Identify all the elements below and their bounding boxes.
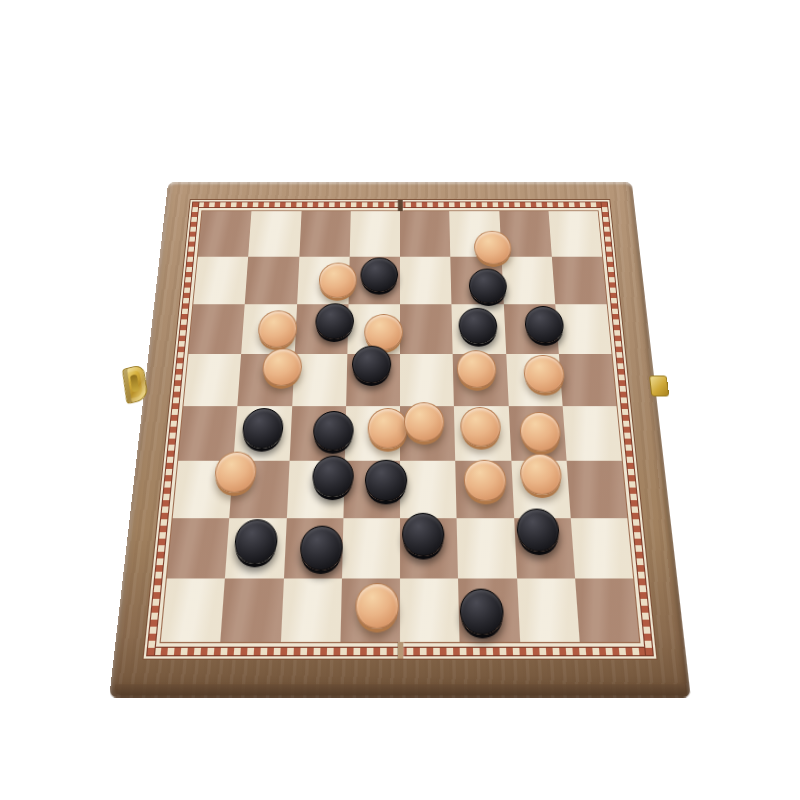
square-e2[interactable] [400, 257, 452, 305]
brass-clasp-left [118, 364, 152, 404]
square-e6[interactable] [400, 461, 457, 518]
square-g2[interactable] [501, 257, 555, 305]
brass-hinge-tab-right [649, 376, 669, 397]
square-e3[interactable] [400, 304, 453, 354]
piece-light-d8[interactable] [355, 583, 399, 629]
square-c8[interactable] [280, 578, 341, 641]
square-h7[interactable] [570, 518, 633, 578]
square-e1[interactable] [400, 211, 451, 256]
piece-dark-d6[interactable] [365, 460, 407, 502]
square-h4[interactable] [559, 354, 617, 406]
square-f7[interactable] [457, 518, 517, 578]
piece-light-c2[interactable] [318, 263, 357, 298]
checkers-board [160, 210, 641, 643]
square-a4[interactable] [183, 354, 241, 406]
piece-light-f5[interactable] [460, 407, 502, 447]
piece-dark-d4[interactable] [351, 346, 391, 384]
piece-light-d5[interactable] [367, 409, 408, 449]
square-b8[interactable] [221, 578, 284, 641]
square-h3[interactable] [555, 304, 611, 354]
wooden-frame [109, 182, 691, 697]
product-photo-scene [0, 0, 800, 800]
piece-dark-c5[interactable] [312, 411, 354, 451]
square-h8[interactable] [575, 578, 639, 641]
square-h6[interactable] [566, 461, 627, 518]
square-h1[interactable] [548, 211, 602, 256]
square-h5[interactable] [562, 406, 621, 461]
square-a7[interactable] [167, 518, 230, 578]
square-h2[interactable] [552, 257, 607, 305]
square-d7[interactable] [342, 518, 400, 578]
square-c1[interactable] [299, 211, 351, 256]
square-a1[interactable] [198, 211, 252, 256]
piece-light-f6[interactable] [464, 460, 507, 502]
square-e8[interactable] [400, 578, 460, 641]
square-g8[interactable] [517, 578, 580, 641]
brass-clasp-hook-icon [122, 364, 149, 404]
board-playfield [142, 199, 657, 660]
folding-game-box [109, 182, 691, 697]
square-d1[interactable] [349, 211, 400, 256]
square-a2[interactable] [193, 257, 248, 305]
square-e4[interactable] [400, 354, 454, 406]
square-b2[interactable] [245, 257, 299, 305]
square-b1[interactable] [248, 211, 301, 256]
square-a3[interactable] [188, 304, 244, 354]
square-a8[interactable] [161, 578, 225, 641]
